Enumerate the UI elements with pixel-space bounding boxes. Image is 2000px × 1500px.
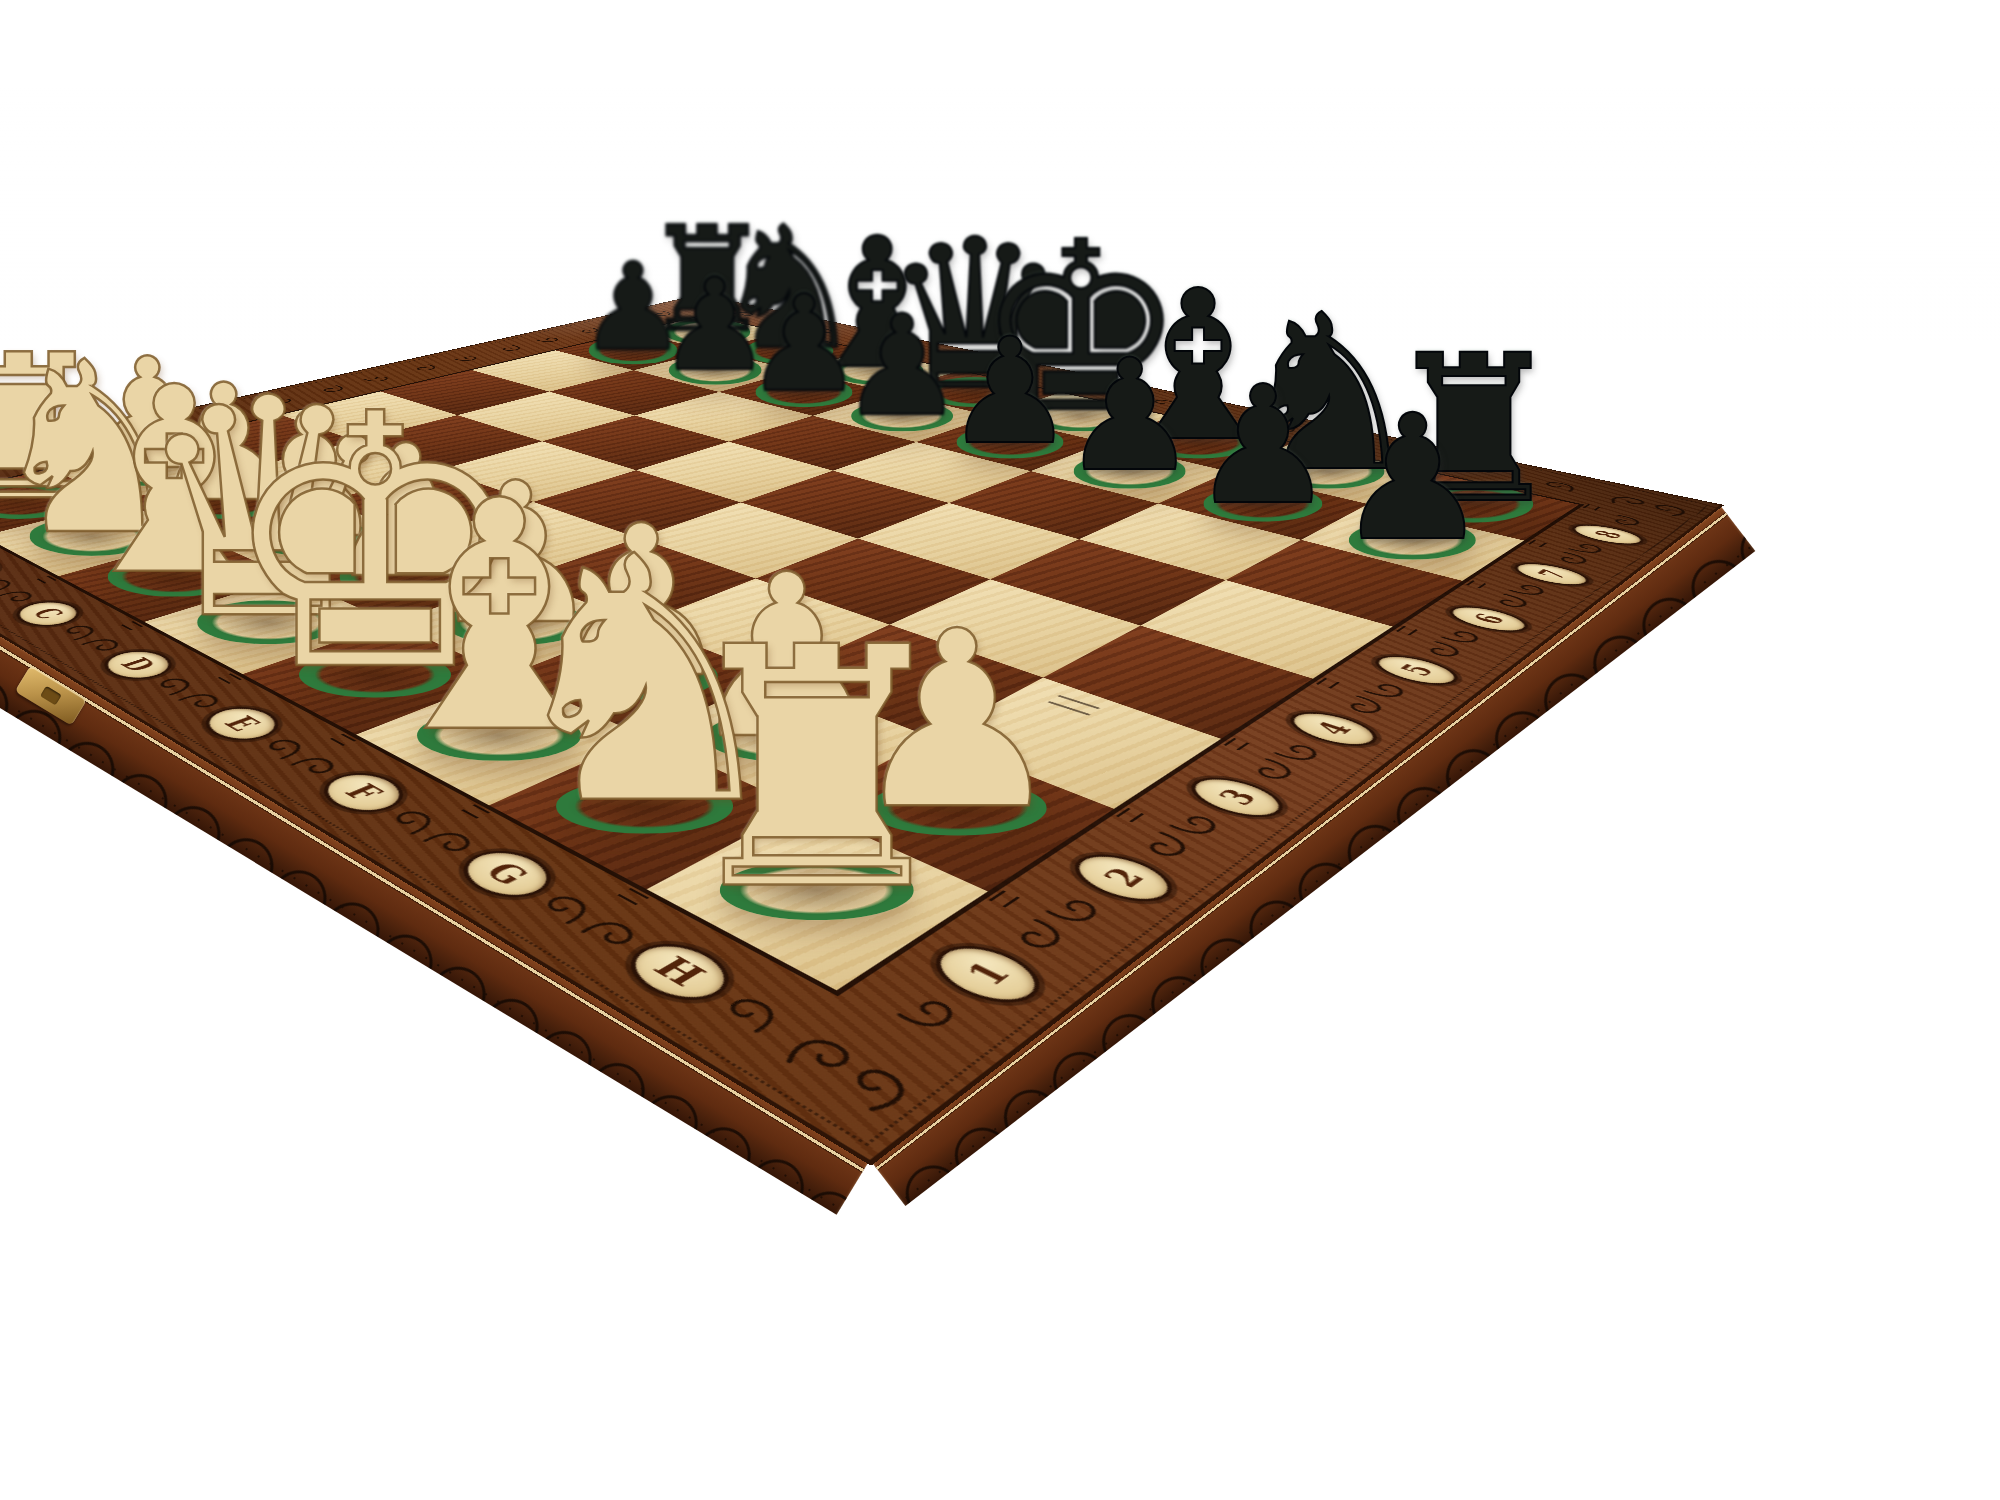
pieces-layer: ♜♞♝♛♚♝♞♜♟♟♟♟♟♟♟♟♟♟♟♟♟♟♟♟♜♞♝♛♚♝♞♜: [0, 0, 2000, 1500]
photo-scene: ABCDEFGH 87654321 ♜♞♝♛♚♝♞♜♟♟♟♟♟♟♟♟♟♟♟♟♟♟…: [0, 0, 2000, 1500]
piece-white-rook-h1[interactable]: ♜: [669, 604, 966, 935]
piece-black-pawn-h7[interactable]: ♟: [1335, 392, 1490, 565]
piece-black-pawn-f7[interactable]: ♟: [1061, 339, 1199, 493]
piece-black-pawn-e7[interactable]: ♟: [945, 317, 1076, 463]
piece-black-pawn-g7[interactable]: ♟: [1190, 364, 1336, 527]
